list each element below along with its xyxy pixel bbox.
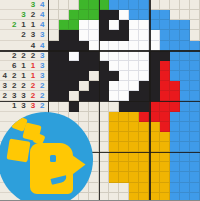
grid-cell xyxy=(129,172,139,182)
grid-cell xyxy=(139,10,149,20)
grid-cell xyxy=(160,51,170,61)
grid-cell xyxy=(149,112,159,122)
grid-cell xyxy=(180,0,190,10)
grid-cell xyxy=(149,142,159,152)
grid-cell xyxy=(149,71,159,81)
grid-cell xyxy=(99,81,109,91)
grid-cell xyxy=(49,0,59,10)
grid-cell xyxy=(99,142,109,152)
grid-cell xyxy=(180,132,190,142)
grid-cell xyxy=(139,122,149,132)
clue-number: 2 xyxy=(38,101,47,110)
grid-cell xyxy=(79,101,89,111)
grid-cell xyxy=(129,101,139,111)
grid-cell xyxy=(99,0,109,10)
grid-cell xyxy=(180,51,190,61)
grid-cell xyxy=(119,172,129,182)
grid-cell xyxy=(170,81,180,91)
grid-cell xyxy=(59,51,69,61)
grid-cell xyxy=(89,183,99,193)
logo-eye-icon xyxy=(50,155,57,162)
grid-cell xyxy=(79,71,89,81)
grid-cell xyxy=(119,142,129,152)
grid-cell xyxy=(180,162,190,172)
grid-cell xyxy=(89,10,99,20)
grid-cell xyxy=(89,122,99,132)
grid-cell xyxy=(129,41,139,51)
grid-cell xyxy=(180,81,190,91)
grid-cell xyxy=(160,183,170,193)
grid-cell xyxy=(119,10,129,20)
grid-cell xyxy=(129,71,139,81)
clue-number: 2 xyxy=(0,91,9,100)
grid-cell xyxy=(139,183,149,193)
grid-cell xyxy=(109,51,119,61)
grid-cell xyxy=(89,81,99,91)
clue-number: 3 xyxy=(19,91,28,100)
grid-cell xyxy=(109,71,119,81)
grid-cell xyxy=(59,10,69,20)
grid-cell xyxy=(89,30,99,40)
grid-cell xyxy=(190,193,200,200)
grid-cell xyxy=(79,91,89,101)
grid-cell xyxy=(59,30,69,40)
grid-cell xyxy=(49,41,59,51)
grid-cell xyxy=(99,10,109,20)
grid-cell xyxy=(59,61,69,71)
grid-cell xyxy=(180,122,190,132)
grid-cell xyxy=(119,61,129,71)
grid-cell xyxy=(149,152,159,162)
grid-cell xyxy=(49,71,59,81)
clue-number: 3 xyxy=(38,71,47,80)
clue-number: 4 xyxy=(28,41,37,50)
clue-number: 4 xyxy=(0,71,9,80)
grid-cell xyxy=(139,30,149,40)
grid-cell xyxy=(119,112,129,122)
clue-number: 3 xyxy=(28,0,37,9)
grid-cell xyxy=(109,132,119,142)
grid-cell xyxy=(180,142,190,152)
grid-cell xyxy=(190,91,200,101)
grid-cell xyxy=(109,91,119,101)
grid-cell xyxy=(180,112,190,122)
clue-number: 1 xyxy=(28,61,37,70)
grid-cell xyxy=(190,101,200,111)
grid-cell xyxy=(149,132,159,142)
clue-number: 3 xyxy=(38,51,47,60)
grid-cell xyxy=(119,71,129,81)
grid-cell xyxy=(160,142,170,152)
grid-cell xyxy=(190,132,200,142)
grid-cell xyxy=(149,30,159,40)
grid-cell xyxy=(170,152,180,162)
logo-head-icon xyxy=(30,143,73,194)
grid-cell xyxy=(170,91,180,101)
grid-cell xyxy=(129,61,139,71)
grid-cell xyxy=(99,101,109,111)
clue-number: 4 xyxy=(38,20,47,29)
grid-cell xyxy=(139,51,149,61)
grid-cell xyxy=(190,61,200,71)
grid-cell xyxy=(160,81,170,91)
grid-cell xyxy=(160,152,170,162)
grid-cell xyxy=(119,81,129,91)
grid-cell xyxy=(109,41,119,51)
grid-cell xyxy=(119,0,129,10)
grid-cell xyxy=(139,152,149,162)
clue-number: 2 xyxy=(19,30,28,39)
grid-cell xyxy=(139,81,149,91)
grid-cell xyxy=(160,61,170,71)
clue-number: 3 xyxy=(38,30,47,39)
grid-cell xyxy=(180,152,190,162)
clue-number: 1 xyxy=(19,61,28,70)
grid-cell xyxy=(170,20,180,30)
clue-number: 4 xyxy=(38,0,47,9)
grid-cell xyxy=(69,20,79,30)
grid-cell xyxy=(129,183,139,193)
grid-cell xyxy=(69,0,79,10)
clue-row: 1332 xyxy=(0,101,48,111)
grid-cell xyxy=(170,30,180,40)
grid-cell xyxy=(129,122,139,132)
grid-cell xyxy=(190,152,200,162)
grid-cell xyxy=(190,51,200,61)
clue-number: 2 xyxy=(19,51,28,60)
grid-cell xyxy=(99,30,109,40)
grid-cell xyxy=(119,193,129,200)
grid-cell xyxy=(89,71,99,81)
grid-cell xyxy=(99,41,109,51)
clue-row: 2223 xyxy=(0,51,48,61)
clue-number: 1 xyxy=(28,20,37,29)
grid-cell xyxy=(69,71,79,81)
grid-cell xyxy=(49,20,59,30)
grid-cell xyxy=(119,41,129,51)
grid-cell xyxy=(149,20,159,30)
clue-number: 2 xyxy=(28,81,37,90)
clue-number: 3 xyxy=(19,101,28,110)
grid-cell xyxy=(129,142,139,152)
grid-cell xyxy=(170,71,180,81)
grid-cell xyxy=(170,51,180,61)
grid-cell xyxy=(109,142,119,152)
grid-cell xyxy=(129,112,139,122)
clue-number: 3 xyxy=(28,30,37,39)
grid-cell xyxy=(59,81,69,91)
grid-cell xyxy=(89,51,99,61)
grid-cell xyxy=(79,30,89,40)
grid-cell xyxy=(160,91,170,101)
clue-number: 1 xyxy=(28,71,37,80)
clue-number: 2 xyxy=(28,91,37,100)
grid-cell xyxy=(160,101,170,111)
grid-cell xyxy=(160,172,170,182)
grid-cell xyxy=(109,61,119,71)
grid-cell xyxy=(160,10,170,20)
grid-cell xyxy=(139,20,149,30)
clue-number: 1 xyxy=(19,20,28,29)
clue-number: 2 xyxy=(19,81,28,90)
grid-cell xyxy=(119,51,129,61)
grid-cell xyxy=(190,0,200,10)
clue-number: 3 xyxy=(28,101,37,110)
grid-cell xyxy=(49,91,59,101)
grid-cell xyxy=(190,30,200,40)
grid-cell xyxy=(149,51,159,61)
grid-cell xyxy=(99,122,109,132)
grid-cell xyxy=(139,101,149,111)
clue-row: 44 xyxy=(0,41,48,51)
grid-cell xyxy=(180,61,190,71)
grid-cell xyxy=(190,162,200,172)
grid-cell xyxy=(129,132,139,142)
grid-cell xyxy=(109,193,119,200)
grid-cell xyxy=(170,162,180,172)
clue-row: 233 xyxy=(0,30,48,40)
grid-cell xyxy=(139,71,149,81)
logo-flying-square-icon xyxy=(6,138,30,162)
grid-cell xyxy=(160,20,170,30)
grid-cell xyxy=(59,41,69,51)
grid-cell xyxy=(89,101,99,111)
grid-cell xyxy=(69,61,79,71)
grid-cell xyxy=(170,10,180,20)
grid-cell xyxy=(149,10,159,20)
clue-number: 1 xyxy=(19,71,28,80)
grid-cell xyxy=(149,61,159,71)
grid-cell xyxy=(129,162,139,172)
grid-cell xyxy=(160,41,170,51)
grid-cell xyxy=(190,41,200,51)
grid-cell xyxy=(49,10,59,20)
grid-cell xyxy=(149,0,159,10)
grid-cell xyxy=(79,20,89,30)
grid-cell xyxy=(79,112,89,122)
grid-cell xyxy=(109,183,119,193)
clue-number: 1 xyxy=(9,101,18,110)
grid-cell xyxy=(109,152,119,162)
grid-cell xyxy=(99,132,109,142)
grid-cell xyxy=(180,20,190,30)
grid-cell xyxy=(69,81,79,91)
clue-number: 3 xyxy=(0,81,9,90)
grid-cell xyxy=(149,172,159,182)
easybrain-logo xyxy=(0,112,93,201)
clue-number: 3 xyxy=(19,10,28,19)
grid-cell xyxy=(109,112,119,122)
grid-cell xyxy=(99,51,109,61)
grid-cell xyxy=(89,112,99,122)
grid-cell xyxy=(69,51,79,61)
grid-cell xyxy=(59,20,69,30)
grid-cell xyxy=(170,122,180,132)
grid-cell xyxy=(149,81,159,91)
grid-cell xyxy=(190,10,200,20)
grid-cell xyxy=(49,81,59,91)
grid-cell xyxy=(119,30,129,40)
grid-cell xyxy=(160,132,170,142)
grid-cell xyxy=(99,183,109,193)
grid-cell xyxy=(190,112,200,122)
grid-cell xyxy=(170,112,180,122)
grid-cell xyxy=(170,0,180,10)
grid-cell xyxy=(69,41,79,51)
grid-cell xyxy=(79,193,89,200)
grid-cell xyxy=(160,122,170,132)
grid-cell xyxy=(69,30,79,40)
grid-cell xyxy=(139,162,149,172)
grid-cell xyxy=(190,81,200,91)
grid-thick-line-v5 xyxy=(99,0,100,200)
nonogram-app-icon[interactable]: 3432421142334422236113421133222223322133… xyxy=(0,0,200,200)
grid-cell xyxy=(99,112,109,122)
grid-cell xyxy=(99,152,109,162)
grid-cell xyxy=(180,10,190,20)
grid-cell xyxy=(139,193,149,200)
grid-cell xyxy=(139,112,149,122)
grid-cell xyxy=(109,101,119,111)
clue-number: 2 xyxy=(9,71,18,80)
grid-cell xyxy=(89,61,99,71)
grid-cell xyxy=(180,91,190,101)
grid-cell xyxy=(170,183,180,193)
clue-number: 2 xyxy=(38,81,47,90)
grid-cell xyxy=(49,30,59,40)
grid-cell xyxy=(59,101,69,111)
grid-cell xyxy=(119,183,129,193)
grid-cell xyxy=(89,20,99,30)
grid-cell xyxy=(79,41,89,51)
grid-cell xyxy=(109,20,119,30)
grid-cell xyxy=(89,91,99,101)
grid-cell xyxy=(99,162,109,172)
clue-number: 2 xyxy=(28,51,37,60)
grid-cell xyxy=(139,41,149,51)
clue-number: 4 xyxy=(38,10,47,19)
grid-cell xyxy=(119,20,129,30)
grid-cell xyxy=(129,193,139,200)
grid-cell xyxy=(149,183,159,193)
grid-cell xyxy=(149,122,159,132)
grid-cell xyxy=(139,142,149,152)
clue-row: 34 xyxy=(0,0,48,10)
grid-cell xyxy=(99,71,109,81)
grid-cell xyxy=(139,172,149,182)
grid-cell xyxy=(160,162,170,172)
clue-number: 2 xyxy=(9,81,18,90)
grid-cell xyxy=(109,81,119,91)
grid-cell xyxy=(170,61,180,71)
clue-row: 324 xyxy=(0,10,48,20)
grid-cell xyxy=(109,172,119,182)
grid-cell xyxy=(79,51,89,61)
grid-cell xyxy=(170,142,180,152)
grid-cell xyxy=(139,132,149,142)
clue-number: 2 xyxy=(9,20,18,29)
grid-cell xyxy=(89,193,99,200)
grid-cell xyxy=(160,71,170,81)
grid-cell xyxy=(59,71,69,81)
grid-cell xyxy=(170,132,180,142)
grid-cell xyxy=(119,162,129,172)
grid-cell xyxy=(129,20,139,30)
grid-cell xyxy=(149,91,159,101)
clue-row: 6113 xyxy=(0,61,48,71)
grid-cell xyxy=(49,61,59,71)
grid-cell xyxy=(129,30,139,40)
clue-number: 3 xyxy=(38,61,47,70)
grid-cell xyxy=(129,10,139,20)
grid-cell xyxy=(59,0,69,10)
grid-cell xyxy=(89,132,99,142)
grid-cell xyxy=(99,20,109,30)
grid-cell xyxy=(119,122,129,132)
grid-cell xyxy=(170,172,180,182)
grid-cell xyxy=(49,51,59,61)
grid-cell xyxy=(99,172,109,182)
grid-cell xyxy=(139,61,149,71)
grid-cell xyxy=(89,0,99,10)
grid-cell xyxy=(69,10,79,20)
grid-cell xyxy=(129,91,139,101)
grid-cell xyxy=(160,112,170,122)
grid-cell xyxy=(190,183,200,193)
grid-cell xyxy=(190,172,200,182)
grid-cell xyxy=(119,101,129,111)
grid-thick-line-h5 xyxy=(0,50,200,51)
grid-cell xyxy=(99,61,109,71)
grid-cell xyxy=(190,142,200,152)
grid-cell xyxy=(109,122,119,132)
grid-cell xyxy=(129,51,139,61)
grid-cell xyxy=(170,101,180,111)
grid-cell xyxy=(129,152,139,162)
clue-number: 2 xyxy=(38,91,47,100)
grid-cell xyxy=(180,101,190,111)
grid-cell xyxy=(109,0,119,10)
grid-cell xyxy=(99,91,109,101)
grid-cell xyxy=(109,10,119,20)
grid-cell xyxy=(160,30,170,40)
clue-row: 32222 xyxy=(0,81,48,91)
grid-cell xyxy=(129,81,139,91)
grid-cell xyxy=(180,71,190,81)
grid-cell xyxy=(180,183,190,193)
grid-cell xyxy=(59,91,69,101)
clue-number: 4 xyxy=(38,41,47,50)
clue-row: 2114 xyxy=(0,20,48,30)
clue-number: 2 xyxy=(9,51,18,60)
grid-cell xyxy=(160,0,170,10)
logo-nose-icon xyxy=(69,153,86,178)
grid-cell xyxy=(180,172,190,182)
grid-cell xyxy=(149,193,159,200)
grid-cell xyxy=(69,101,79,111)
grid-cell xyxy=(149,162,159,172)
grid-cell xyxy=(79,0,89,10)
clue-number: 6 xyxy=(9,61,18,70)
grid-cell xyxy=(149,101,159,111)
grid-cell xyxy=(170,41,180,51)
grid-cell xyxy=(69,91,79,101)
clue-number: 3 xyxy=(9,91,18,100)
grid-cell xyxy=(190,20,200,30)
grid-cell xyxy=(79,10,89,20)
grid-cell xyxy=(109,30,119,40)
grid-cell xyxy=(99,193,109,200)
